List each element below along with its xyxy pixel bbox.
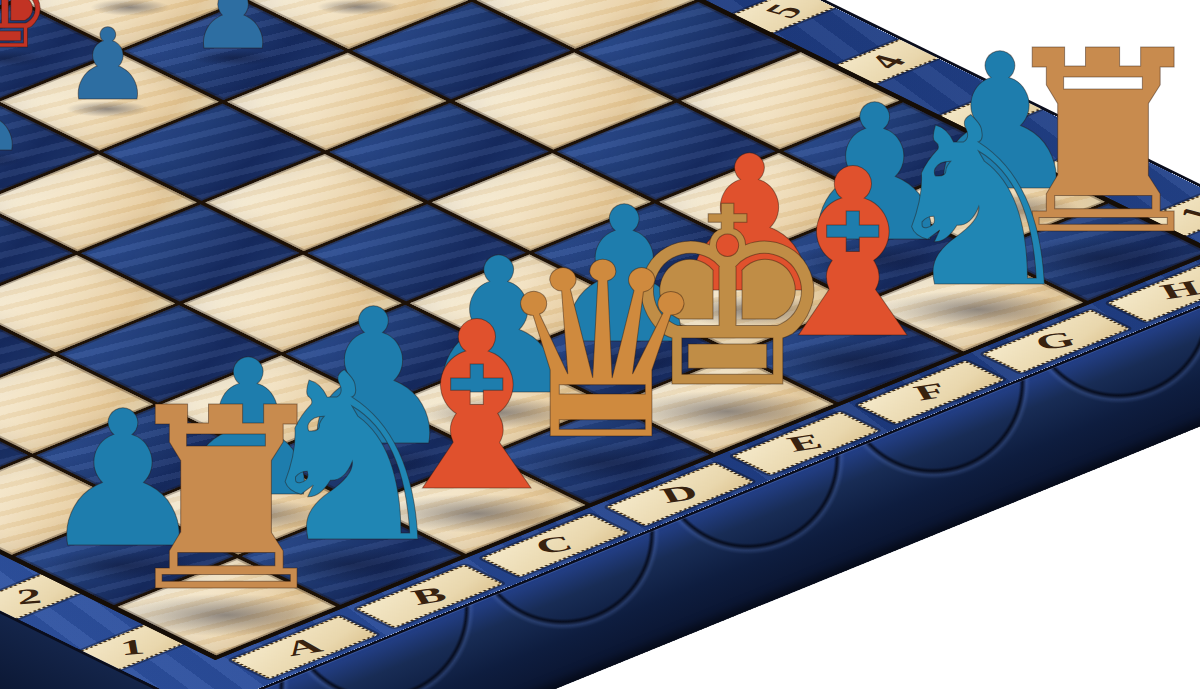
file-label-text: F [910, 380, 951, 405]
file-label-text: D [656, 481, 702, 507]
rank-label-right-text: 2 [1067, 153, 1121, 173]
rank-label-left-text: 2 [15, 585, 43, 608]
chess-set-photo: A11B22C33D44E55F66G77H88 ♜♞♝♛♚♝♞♜♟♟♟♟♟♟♟… [0, 0, 1200, 689]
rank-label-right-text: 1 [1170, 204, 1200, 224]
rank-label-right-text: 3 [964, 102, 1018, 122]
file-label-text: B [407, 583, 451, 608]
rank-label-left-text: 1 [118, 636, 146, 659]
file-label-text: H [1156, 277, 1200, 303]
file-label-text: G [1031, 328, 1080, 354]
rank-label-right-text: 5 [757, 1, 811, 21]
rank-label-right-text: 4 [861, 52, 915, 72]
file-label-text: A [281, 634, 327, 660]
file-label-text: C [531, 532, 577, 558]
file-label-text: E [783, 431, 827, 456]
